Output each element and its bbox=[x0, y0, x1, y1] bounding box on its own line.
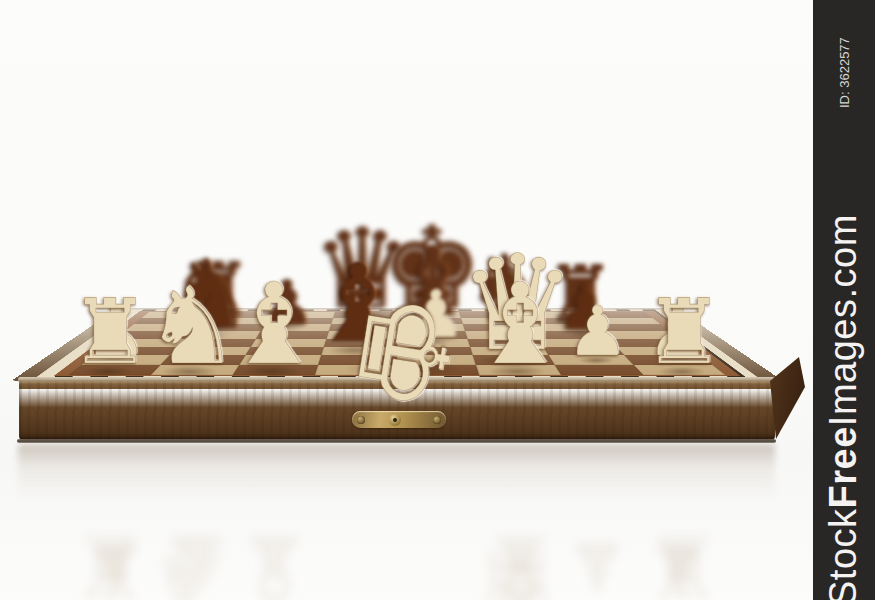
board-bottom-shadow bbox=[17, 439, 776, 443]
piece-reflection: ♝ bbox=[470, 519, 571, 600]
piece-reflection: ♝ bbox=[224, 519, 325, 600]
piece-reflection: ♛ bbox=[458, 531, 576, 600]
white-pawn-glyph: ♟ bbox=[567, 297, 629, 366]
piece-reflection: ♟ bbox=[85, 531, 147, 600]
image-id-label: ID: 3622577 bbox=[837, 37, 852, 108]
white-bishop-glyph: ♝ bbox=[470, 268, 571, 380]
piece-reflection: ♜ bbox=[644, 519, 724, 600]
white-king-glyph: ♚ bbox=[336, 282, 473, 423]
piece-reflection: ♞ bbox=[144, 519, 239, 600]
white-rook-glyph: ♜ bbox=[70, 289, 150, 379]
board-reflection bbox=[18, 444, 775, 502]
white-bishop-glyph: ♝ bbox=[224, 268, 325, 380]
piece-reflection: ♟ bbox=[647, 531, 709, 600]
piece-reflection: ♟ bbox=[567, 531, 629, 600]
clasp-knob bbox=[389, 414, 401, 426]
stockfreeimages-logo: StockFreeImages.com bbox=[822, 214, 865, 600]
chessboard-photo: ♜♜♟♟♞♞♝♝♚♟♝♝♛♛♟♟♟♟♜♜♞♟♜♟♝♛♝♚♞♟♜ bbox=[0, 0, 813, 600]
stock-photo-page: ♜♜♟♟♞♞♝♝♚♟♝♝♛♛♟♟♟♟♜♜♞♟♜♟♝♛♝♚♞♟♜ StockFre… bbox=[0, 0, 875, 600]
white-rook-glyph: ♜ bbox=[644, 289, 724, 379]
piece-reflection: ♜ bbox=[70, 519, 150, 600]
clasp-screw-left bbox=[357, 416, 365, 424]
